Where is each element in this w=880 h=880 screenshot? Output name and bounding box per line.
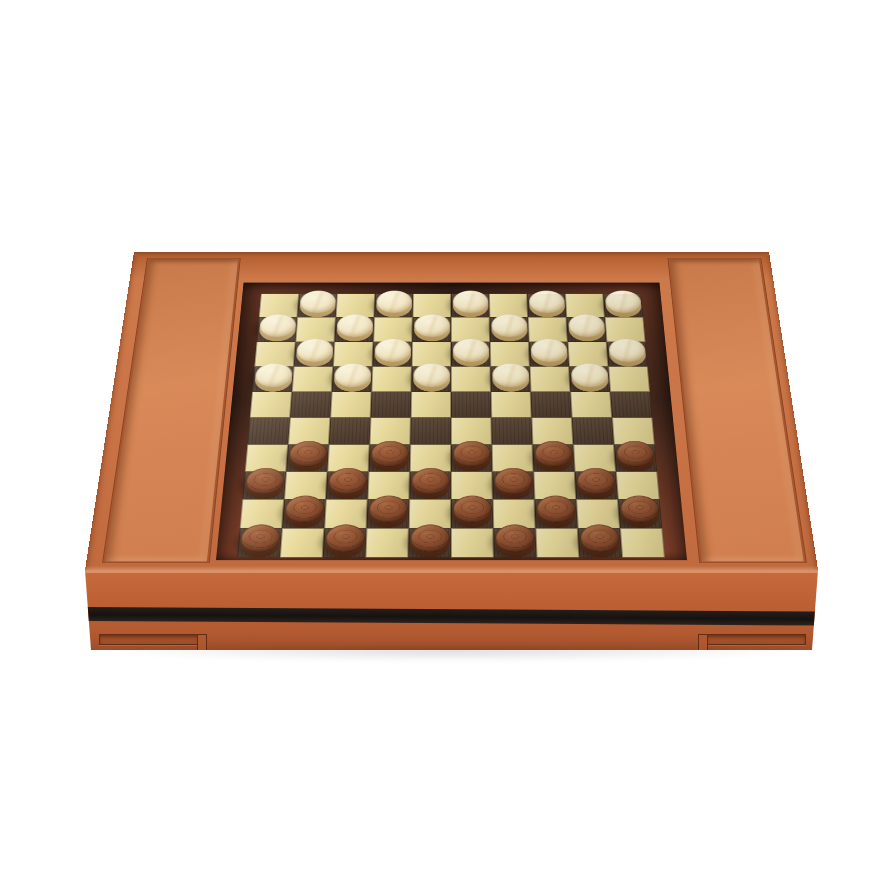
board-photo xyxy=(0,0,880,880)
board-square-dark xyxy=(257,317,298,341)
board-square-dark xyxy=(290,392,332,418)
checker-piece-dark xyxy=(534,441,573,472)
checker-piece-light xyxy=(491,314,528,341)
checker-piece-dark xyxy=(410,524,450,557)
board-square-light xyxy=(280,528,324,557)
board-square-dark xyxy=(575,472,618,500)
hinge-stripe xyxy=(85,607,818,625)
board-square-dark xyxy=(607,342,648,367)
piece-top xyxy=(534,441,573,467)
board-square-dark xyxy=(451,342,490,367)
board-square-dark xyxy=(237,528,282,557)
board-square-dark xyxy=(572,418,614,445)
latch-notch-left xyxy=(99,634,199,645)
board-square-dark xyxy=(408,528,451,557)
piece-top xyxy=(452,338,489,362)
checker-piece-light xyxy=(568,314,606,341)
checker-piece-light xyxy=(528,291,565,318)
piece-top xyxy=(324,524,365,552)
board-square-light xyxy=(535,528,579,557)
board-square-light xyxy=(530,366,571,391)
board-square-light xyxy=(570,392,612,418)
board-square-dark xyxy=(282,500,326,529)
checker-piece-light xyxy=(254,363,293,392)
board-square-dark xyxy=(529,342,569,367)
ground-shadow xyxy=(95,646,810,662)
board-square-light xyxy=(451,366,491,391)
board-square-dark xyxy=(371,392,412,418)
board-square-dark xyxy=(410,418,451,445)
checker-piece-light xyxy=(376,291,412,318)
piece-top xyxy=(333,363,371,387)
checker-piece-light xyxy=(608,338,647,366)
checker-piece-light xyxy=(413,363,450,392)
board-square-dark xyxy=(294,342,335,367)
board-square-dark xyxy=(412,317,451,341)
checker-piece-dark xyxy=(239,524,281,557)
checker-piece-light xyxy=(333,363,371,392)
board-square-dark xyxy=(252,366,294,391)
board-square-dark xyxy=(610,392,652,418)
board-square-dark xyxy=(451,444,492,471)
board-square-dark xyxy=(326,472,369,500)
board-square-dark xyxy=(286,444,329,471)
board-square-dark xyxy=(618,500,662,529)
piece-top xyxy=(374,338,411,362)
checker-piece-dark xyxy=(536,496,576,528)
board-square-dark xyxy=(492,472,534,500)
board-square-light xyxy=(620,528,665,557)
board-square-dark xyxy=(532,444,574,471)
board-square-dark xyxy=(372,342,412,367)
right-piece-tray xyxy=(667,258,807,563)
board-square-dark xyxy=(409,472,451,500)
board-square-dark xyxy=(247,418,290,445)
checker-piece-dark xyxy=(495,524,535,557)
front-top-bevel xyxy=(85,570,818,573)
checker-piece-light xyxy=(604,291,642,318)
board-square-dark xyxy=(491,418,532,445)
board-square-dark xyxy=(323,528,367,557)
checker-piece-dark xyxy=(368,496,408,528)
checker-piece-light xyxy=(299,291,336,318)
checker-piece-dark xyxy=(452,441,490,472)
board-square-dark xyxy=(569,366,610,391)
piece-top xyxy=(452,291,488,314)
piece-top xyxy=(452,441,490,467)
checker-piece-light xyxy=(530,338,568,366)
checker-piece-light xyxy=(492,363,530,392)
piece-top xyxy=(413,363,450,387)
box-top-face xyxy=(85,252,818,570)
board-square-dark xyxy=(603,294,643,318)
checker-piece-light xyxy=(452,291,488,318)
board-square-dark xyxy=(614,444,657,471)
right-tray-floor xyxy=(670,259,804,561)
walnut-well xyxy=(216,283,687,561)
piece-top xyxy=(368,496,408,523)
checker-piece-dark xyxy=(494,468,533,499)
board-square-dark xyxy=(411,366,451,391)
board-square-dark xyxy=(332,366,373,391)
board-square-light xyxy=(365,528,408,557)
draughts-board xyxy=(237,294,665,558)
front-face xyxy=(85,570,818,650)
checker-piece-dark xyxy=(284,496,325,528)
checker-piece-dark xyxy=(370,441,409,472)
board-square-dark xyxy=(566,317,606,341)
checker-piece-dark xyxy=(452,496,491,528)
piece-top xyxy=(411,468,450,495)
checker-piece-dark xyxy=(579,524,621,557)
board-square-dark xyxy=(297,294,337,318)
board-square-light xyxy=(330,392,371,418)
near-rim-highlight xyxy=(85,566,818,570)
board-square-dark xyxy=(367,500,410,529)
piece-top xyxy=(376,291,412,314)
board-square-dark xyxy=(493,528,536,557)
board-square-dark xyxy=(374,294,413,318)
board-square-dark xyxy=(489,317,528,341)
checker-piece-light xyxy=(374,338,411,366)
piece-top xyxy=(528,291,565,314)
latch-notch-right xyxy=(706,634,806,645)
piece-top xyxy=(530,338,567,362)
checker-piece-dark xyxy=(411,468,450,499)
board-square-light xyxy=(250,392,292,418)
checker-piece-light xyxy=(452,338,489,366)
board-square-light xyxy=(451,528,494,557)
board-square-dark xyxy=(242,472,286,500)
piece-top xyxy=(410,524,450,552)
piece-top xyxy=(494,468,533,495)
piece-top xyxy=(491,314,528,337)
checker-piece-dark xyxy=(619,496,661,528)
checker-piece-dark xyxy=(615,441,656,472)
checker-piece-dark xyxy=(576,468,617,499)
far-rim-edge xyxy=(133,252,770,257)
board-square-dark xyxy=(531,392,572,418)
piece-top xyxy=(414,314,450,337)
board-square-dark xyxy=(527,294,566,318)
checker-piece-light xyxy=(336,314,373,341)
board-square-dark xyxy=(534,500,577,529)
checker-piece-dark xyxy=(324,524,365,557)
checker-piece-dark xyxy=(244,468,285,499)
board-square-dark xyxy=(334,317,374,341)
checker-piece-light xyxy=(570,363,609,392)
board-square-light xyxy=(491,392,532,418)
piece-top xyxy=(495,524,535,552)
piece-top xyxy=(295,338,333,362)
board-square-dark xyxy=(451,294,489,318)
piece-top xyxy=(492,363,529,387)
checker-piece-dark xyxy=(327,468,367,499)
checker-piece-light xyxy=(295,338,333,366)
piece-top xyxy=(370,441,409,467)
board-square-light xyxy=(608,366,650,391)
board-square-light xyxy=(411,392,451,418)
board-square-dark xyxy=(451,500,493,529)
board-square-light xyxy=(371,366,411,391)
board-square-light xyxy=(292,366,333,391)
board-square-dark xyxy=(578,528,622,557)
left-tray-floor xyxy=(105,259,238,561)
board-square-dark xyxy=(369,444,411,471)
board-square-dark xyxy=(451,392,491,418)
board-square-dark xyxy=(329,418,371,445)
checker-piece-dark xyxy=(288,441,328,472)
checker-piece-light xyxy=(258,314,296,341)
piece-top xyxy=(452,496,491,523)
checker-piece-light xyxy=(414,314,450,341)
board-square-dark xyxy=(490,366,530,391)
